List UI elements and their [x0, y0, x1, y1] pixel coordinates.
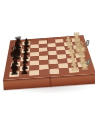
square-r7c4: [49, 69, 59, 75]
perspective-scene: ♜♟♟♜♞♟♟♞♝♟♟♝♛♟♟♛♚♟♟♚♝♟♟♝♞♟♟♞♜♟♟♜: [4, 11, 92, 99]
board-grid: ♜♟♟♜♞♟♟♞♝♟♟♝♛♟♟♛♚♟♟♚♝♟♟♝♞♟♟♞♜♟♟♜: [9, 38, 90, 77]
hinge-seam: [50, 77, 52, 87]
clasp-latch-icon: [85, 40, 89, 47]
square-r7c2: [29, 70, 39, 76]
chess-board: ♜♟♟♜♞♟♟♞♝♟♟♝♛♟♟♛♚♟♟♚♝♟♟♝♞♟♟♞♜♟♟♜: [3, 35, 95, 80]
product-photo-stage: ♜♟♟♜♞♟♟♞♝♟♟♝♛♟♟♛♚♟♟♚♝♟♟♝♞♟♟♞♜♟♟♜: [0, 0, 95, 126]
